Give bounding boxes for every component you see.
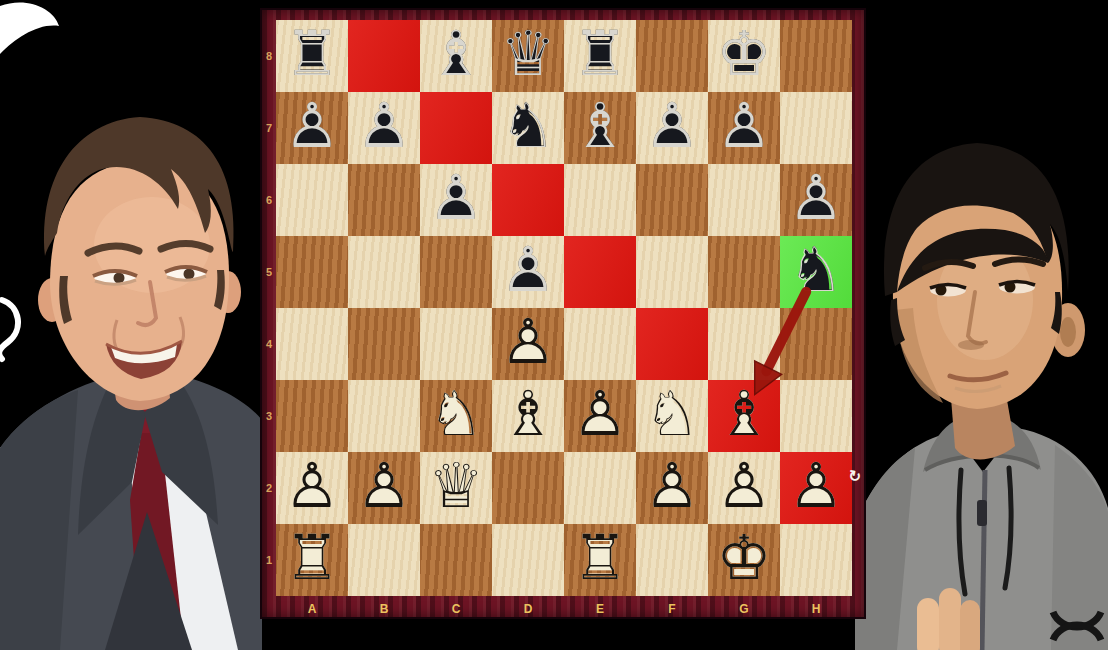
- square-c4[interactable]: [420, 308, 492, 380]
- piece-black-pawn-a7[interactable]: ♟♙: [276, 92, 348, 164]
- piece-white-pawn-h2[interactable]: ♟♙: [780, 452, 852, 524]
- square-h7[interactable]: [780, 92, 852, 164]
- square-b3[interactable]: [348, 380, 420, 452]
- square-e8[interactable]: ♜♖: [564, 20, 636, 92]
- square-f3[interactable]: ♞♘: [636, 380, 708, 452]
- square-d4[interactable]: ♟♙: [492, 308, 564, 380]
- square-g3[interactable]: ♝♗: [708, 380, 780, 452]
- square-a8[interactable]: ♜♖: [276, 20, 348, 92]
- square-c5[interactable]: [420, 236, 492, 308]
- thumbnail-stage: 87654321 ♜♖♝♗♛♕♜♖♚♔♟♙♟♙♞♘♝♗♟♙♟♙♟♙♟♙♟♙♞♘♟…: [0, 0, 1108, 650]
- square-c3[interactable]: ♞♘: [420, 380, 492, 452]
- square-a3[interactable]: [276, 380, 348, 452]
- square-e7[interactable]: ♝♗: [564, 92, 636, 164]
- square-g8[interactable]: ♚♔: [708, 20, 780, 92]
- square-d5[interactable]: ♟♙: [492, 236, 564, 308]
- piece-white-rook-e1[interactable]: ♜♖: [564, 524, 636, 596]
- file-label-A: A: [276, 602, 348, 617]
- square-f7[interactable]: ♟♙: [636, 92, 708, 164]
- file-labels: ABCDEFGH: [276, 602, 852, 617]
- rank-label-8: 8: [262, 20, 276, 92]
- square-g2[interactable]: ♟♙: [708, 452, 780, 524]
- square-f5[interactable]: [636, 236, 708, 308]
- piece-black-bishop-e7[interactable]: ♝♗: [564, 92, 636, 164]
- piece-white-bishop-d3[interactable]: ♝♗: [492, 380, 564, 452]
- square-e2[interactable]: [564, 452, 636, 524]
- rank-label-2: 2: [262, 452, 276, 524]
- piece-white-knight-c3[interactable]: ♞♘: [420, 380, 492, 452]
- rank-label-6: 6: [262, 164, 276, 236]
- file-label-F: F: [636, 602, 708, 617]
- square-a6[interactable]: [276, 164, 348, 236]
- square-c2[interactable]: ♛♕: [420, 452, 492, 524]
- square-d3[interactable]: ♝♗: [492, 380, 564, 452]
- left-player-photo: [0, 0, 262, 650]
- piece-white-king-g1[interactable]: ♚♔: [708, 524, 780, 596]
- file-label-B: B: [348, 602, 420, 617]
- left-player-head: [38, 117, 241, 410]
- file-label-C: C: [420, 602, 492, 617]
- square-f1[interactable]: [636, 524, 708, 596]
- square-a4[interactable]: [276, 308, 348, 380]
- square-a1[interactable]: ♜♖: [276, 524, 348, 596]
- square-a5[interactable]: [276, 236, 348, 308]
- square-f8[interactable]: [636, 20, 708, 92]
- square-h3[interactable]: [780, 380, 852, 452]
- square-h2[interactable]: ♟♙: [780, 452, 852, 524]
- piece-white-pawn-g2[interactable]: ♟♙: [708, 452, 780, 524]
- piece-black-pawn-b7[interactable]: ♟♙: [348, 92, 420, 164]
- square-h1[interactable]: [780, 524, 852, 596]
- square-g7[interactable]: ♟♙: [708, 92, 780, 164]
- square-d6[interactable]: [492, 164, 564, 236]
- square-h6[interactable]: ♟♙: [780, 164, 852, 236]
- square-e3[interactable]: ♟♙: [564, 380, 636, 452]
- file-label-D: D: [492, 602, 564, 617]
- square-f2[interactable]: ♟♙: [636, 452, 708, 524]
- rank-label-4: 4: [262, 308, 276, 380]
- piece-white-pawn-d4[interactable]: ♟♙: [492, 308, 564, 380]
- square-b2[interactable]: ♟♙: [348, 452, 420, 524]
- square-g1[interactable]: ♚♔: [708, 524, 780, 596]
- square-d8[interactable]: ♛♕: [492, 20, 564, 92]
- piece-black-pawn-h6[interactable]: ♟♙: [780, 164, 852, 236]
- square-g6[interactable]: [708, 164, 780, 236]
- piece-black-pawn-g7[interactable]: ♟♙: [708, 92, 780, 164]
- square-e4[interactable]: [564, 308, 636, 380]
- piece-black-knight-h5[interactable]: ♞♘: [780, 236, 852, 308]
- square-e5[interactable]: [564, 236, 636, 308]
- square-d2[interactable]: [492, 452, 564, 524]
- piece-black-rook-a8[interactable]: ♜♖: [276, 20, 348, 92]
- piece-white-knight-f3[interactable]: ♞♘: [636, 380, 708, 452]
- file-label-G: G: [708, 602, 780, 617]
- square-a7[interactable]: ♟♙: [276, 92, 348, 164]
- piece-black-pawn-d5[interactable]: ♟♙: [492, 236, 564, 308]
- piece-white-pawn-a2[interactable]: ♟♙: [276, 452, 348, 524]
- square-d7[interactable]: ♞♘: [492, 92, 564, 164]
- square-h5[interactable]: ♞♘: [780, 236, 852, 308]
- piece-black-knight-d7[interactable]: ♞♘: [492, 92, 564, 164]
- square-b6[interactable]: [348, 164, 420, 236]
- square-a2[interactable]: ♟♙: [276, 452, 348, 524]
- square-b7[interactable]: ♟♙: [348, 92, 420, 164]
- piece-white-bishop-g3[interactable]: ♝♗: [708, 380, 780, 452]
- square-d1[interactable]: [492, 524, 564, 596]
- piece-black-queen-d8[interactable]: ♛♕: [492, 20, 564, 92]
- square-c1[interactable]: [420, 524, 492, 596]
- piece-white-pawn-f2[interactable]: ♟♙: [636, 452, 708, 524]
- square-h8[interactable]: [780, 20, 852, 92]
- rank-label-5: 5: [262, 236, 276, 308]
- square-b4[interactable]: [348, 308, 420, 380]
- right-player-head: [884, 143, 1085, 459]
- piece-black-rook-e8[interactable]: ♜♖: [564, 20, 636, 92]
- piece-white-rook-a1[interactable]: ♜♖: [276, 524, 348, 596]
- square-b5[interactable]: [348, 236, 420, 308]
- square-b1[interactable]: [348, 524, 420, 596]
- board-grid: ♜♖♝♗♛♕♜♖♚♔♟♙♟♙♞♘♝♗♟♙♟♙♟♙♟♙♟♙♞♘♟♙♞♘♝♗♟♙♞♘…: [276, 20, 852, 596]
- right-player-zipper: [982, 470, 985, 650]
- piece-black-pawn-c6[interactable]: ♟♙: [420, 164, 492, 236]
- piece-black-bishop-c8[interactable]: ♝♗: [420, 20, 492, 92]
- right-player-photo: [855, 0, 1108, 650]
- piece-black-king-g8[interactable]: ♚♔: [708, 20, 780, 92]
- rank-label-7: 7: [262, 92, 276, 164]
- file-label-E: E: [564, 602, 636, 617]
- square-c7[interactable]: [420, 92, 492, 164]
- piece-white-queen-c2[interactable]: ♛♕: [420, 452, 492, 524]
- rank-label-1: 1: [262, 524, 276, 596]
- right-player-zipper-pull: [977, 500, 987, 526]
- file-label-H: H: [780, 602, 852, 617]
- square-h4[interactable]: [780, 308, 852, 380]
- square-b8[interactable]: [348, 20, 420, 92]
- rank-label-3: 3: [262, 380, 276, 452]
- square-g4[interactable]: [708, 308, 780, 380]
- square-e6[interactable]: [564, 164, 636, 236]
- square-g5[interactable]: [708, 236, 780, 308]
- square-f4[interactable]: [636, 308, 708, 380]
- chess-board: 87654321 ♜♖♝♗♛♕♜♖♚♔♟♙♟♙♞♘♝♗♟♙♟♙♟♙♟♙♟♙♞♘♟…: [262, 10, 864, 617]
- square-e1[interactable]: ♜♖: [564, 524, 636, 596]
- square-f6[interactable]: [636, 164, 708, 236]
- piece-white-pawn-e3[interactable]: ♟♙: [564, 380, 636, 452]
- square-c8[interactable]: ♝♗: [420, 20, 492, 92]
- rank-labels: 87654321: [262, 20, 276, 596]
- piece-black-pawn-f7[interactable]: ♟♙: [636, 92, 708, 164]
- piece-white-pawn-b2[interactable]: ♟♙: [348, 452, 420, 524]
- square-c6[interactable]: ♟♙: [420, 164, 492, 236]
